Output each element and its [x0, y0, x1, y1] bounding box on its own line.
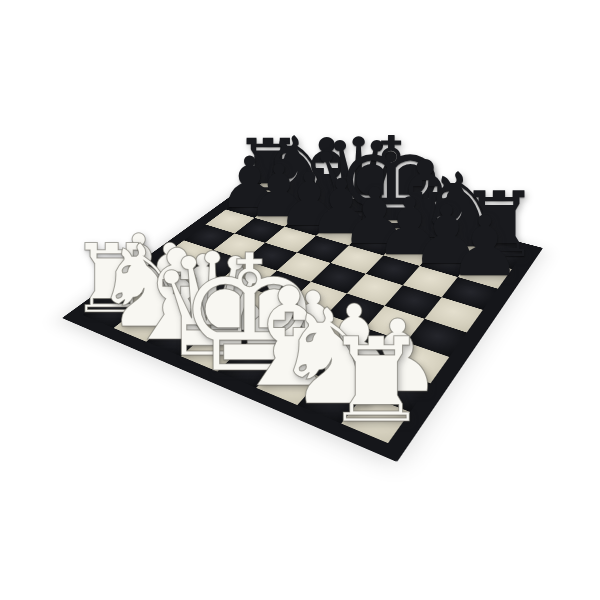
- product-photo-canvas: ♜♞♝♛♚♝♞♜♟♟♟♟♟♟♟♟♟♟♟♟♟♟♟♟♜♞♝♛♚♝♞♜: [0, 0, 600, 600]
- chess-board: [62, 175, 543, 462]
